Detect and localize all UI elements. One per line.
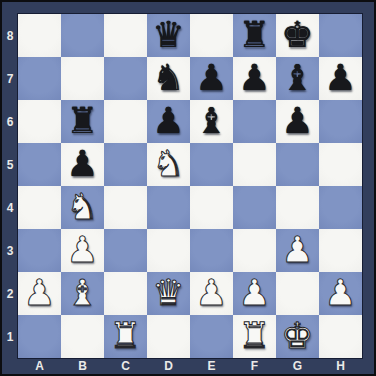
square-e5[interactable]	[190, 143, 233, 186]
square-a7[interactable]	[18, 57, 61, 100]
square-g2[interactable]	[276, 272, 319, 315]
file-label-b: B	[61, 358, 104, 374]
rank-label-4: 4	[2, 186, 18, 229]
square-f4[interactable]	[233, 186, 276, 229]
square-d5[interactable]: ♞	[147, 143, 190, 186]
square-a6[interactable]	[18, 100, 61, 143]
white-pawn-e2: ♟	[190, 272, 233, 315]
file-label-h: H	[319, 358, 362, 374]
square-c7[interactable]	[104, 57, 147, 100]
white-king-g1: ♚	[276, 315, 319, 358]
square-g3[interactable]: ♟	[276, 229, 319, 272]
square-a2[interactable]: ♟	[18, 272, 61, 315]
square-g1[interactable]: ♚	[276, 315, 319, 358]
black-rook-f8: ♜	[233, 14, 276, 57]
square-b4[interactable]: ♞	[61, 186, 104, 229]
white-rook-f1: ♜	[233, 315, 276, 358]
black-pawn-e7: ♟	[190, 57, 233, 100]
square-b6[interactable]: ♜	[61, 100, 104, 143]
square-a4[interactable]	[18, 186, 61, 229]
black-rook-b6: ♜	[61, 100, 104, 143]
square-h3[interactable]	[319, 229, 362, 272]
square-f8[interactable]: ♜	[233, 14, 276, 57]
white-queen-d2: ♛	[147, 272, 190, 315]
white-pawn-g3: ♟	[276, 229, 319, 272]
square-b7[interactable]	[61, 57, 104, 100]
square-g7[interactable]: ♝	[276, 57, 319, 100]
chess-board: ♛♜♚♞♟♟♝♟♜♟♝♟♟♞♞♟♟♟♝♛♟♟♟♜♜♚	[18, 14, 362, 358]
square-h6[interactable]	[319, 100, 362, 143]
square-b3[interactable]: ♟	[61, 229, 104, 272]
square-c4[interactable]	[104, 186, 147, 229]
file-label-d: D	[147, 358, 190, 374]
white-pawn-b3: ♟	[61, 229, 104, 272]
file-label-f: F	[233, 358, 276, 374]
chess-diagram: 87654321 ABCDEFGH ♛♜♚♞♟♟♝♟♜♟♝♟♟♞♞♟♟♟♝♛♟♟…	[0, 0, 376, 376]
square-h1[interactable]	[319, 315, 362, 358]
square-b5[interactable]: ♟	[61, 143, 104, 186]
square-e4[interactable]	[190, 186, 233, 229]
rank-label-1: 1	[2, 315, 18, 358]
square-c5[interactable]	[104, 143, 147, 186]
white-pawn-f2: ♟	[233, 272, 276, 315]
white-pawn-h2: ♟	[319, 272, 362, 315]
square-c6[interactable]	[104, 100, 147, 143]
rank-labels: 87654321	[2, 14, 18, 358]
black-queen-d8: ♛	[147, 14, 190, 57]
square-d1[interactable]	[147, 315, 190, 358]
square-e1[interactable]	[190, 315, 233, 358]
square-b1[interactable]	[61, 315, 104, 358]
square-f5[interactable]	[233, 143, 276, 186]
square-f2[interactable]: ♟	[233, 272, 276, 315]
file-label-c: C	[104, 358, 147, 374]
file-label-a: A	[18, 358, 61, 374]
square-g5[interactable]	[276, 143, 319, 186]
square-h5[interactable]	[319, 143, 362, 186]
square-a5[interactable]	[18, 143, 61, 186]
square-e2[interactable]: ♟	[190, 272, 233, 315]
square-d8[interactable]: ♛	[147, 14, 190, 57]
white-bishop-b2: ♝	[61, 272, 104, 315]
square-f3[interactable]	[233, 229, 276, 272]
rank-label-2: 2	[2, 272, 18, 315]
black-pawn-d6: ♟	[147, 100, 190, 143]
square-f1[interactable]: ♜	[233, 315, 276, 358]
square-f7[interactable]: ♟	[233, 57, 276, 100]
square-b8[interactable]	[61, 14, 104, 57]
square-e3[interactable]	[190, 229, 233, 272]
rank-label-8: 8	[2, 14, 18, 57]
square-c1[interactable]: ♜	[104, 315, 147, 358]
black-bishop-g7: ♝	[276, 57, 319, 100]
rank-label-3: 3	[2, 229, 18, 272]
white-knight-d5: ♞	[147, 143, 190, 186]
file-label-e: E	[190, 358, 233, 374]
square-c8[interactable]	[104, 14, 147, 57]
square-a3[interactable]	[18, 229, 61, 272]
square-a8[interactable]	[18, 14, 61, 57]
square-h4[interactable]	[319, 186, 362, 229]
square-h2[interactable]: ♟	[319, 272, 362, 315]
black-king-g8: ♚	[276, 14, 319, 57]
square-b2[interactable]: ♝	[61, 272, 104, 315]
square-g8[interactable]: ♚	[276, 14, 319, 57]
black-pawn-b5: ♟	[61, 143, 104, 186]
square-d4[interactable]	[147, 186, 190, 229]
square-d6[interactable]: ♟	[147, 100, 190, 143]
square-d7[interactable]: ♞	[147, 57, 190, 100]
square-g6[interactable]: ♟	[276, 100, 319, 143]
black-knight-d7: ♞	[147, 57, 190, 100]
square-d3[interactable]	[147, 229, 190, 272]
square-h8[interactable]	[319, 14, 362, 57]
rank-label-6: 6	[2, 100, 18, 143]
black-pawn-g6: ♟	[276, 100, 319, 143]
rank-label-7: 7	[2, 57, 18, 100]
square-e7[interactable]: ♟	[190, 57, 233, 100]
white-pawn-a2: ♟	[18, 272, 61, 315]
white-knight-b4: ♞	[61, 186, 104, 229]
square-e8[interactable]	[190, 14, 233, 57]
square-f6[interactable]	[233, 100, 276, 143]
square-g4[interactable]	[276, 186, 319, 229]
white-rook-c1: ♜	[104, 315, 147, 358]
file-labels: ABCDEFGH	[18, 358, 362, 374]
file-label-g: G	[276, 358, 319, 374]
square-e6[interactable]: ♝	[190, 100, 233, 143]
square-h7[interactable]: ♟	[319, 57, 362, 100]
black-pawn-h7: ♟	[319, 57, 362, 100]
square-c2[interactable]	[104, 272, 147, 315]
square-c3[interactable]	[104, 229, 147, 272]
rank-label-5: 5	[2, 143, 18, 186]
square-a1[interactable]	[18, 315, 61, 358]
black-bishop-e6: ♝	[190, 100, 233, 143]
square-d2[interactable]: ♛	[147, 272, 190, 315]
black-pawn-f7: ♟	[233, 57, 276, 100]
